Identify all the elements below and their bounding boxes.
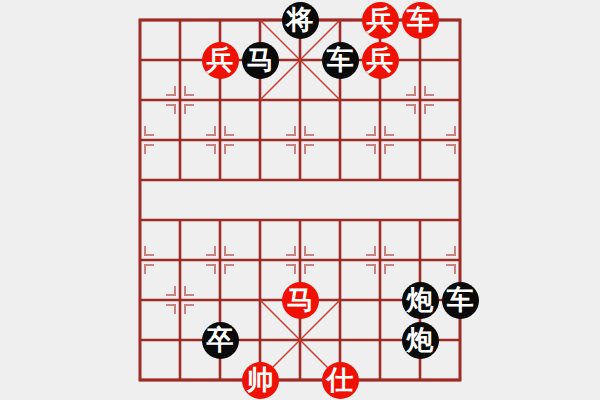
red-soldier[interactable]: 兵 bbox=[362, 2, 399, 39]
red-soldier[interactable]: 兵 bbox=[362, 42, 399, 79]
board-grid: 将兵车兵马车兵马炮车卒炮帅仕 bbox=[120, 0, 480, 400]
black-horse[interactable]: 马 bbox=[242, 42, 279, 79]
black-general[interactable]: 将 bbox=[282, 2, 319, 39]
xiangqi-board-diagram: 将兵车兵马车兵马炮车卒炮帅仕 bbox=[0, 0, 600, 400]
black-soldier[interactable]: 卒 bbox=[202, 322, 239, 359]
black-cannon[interactable]: 炮 bbox=[402, 322, 439, 359]
piece-glyph: 车 bbox=[327, 46, 354, 73]
piece-glyph: 马 bbox=[247, 46, 274, 73]
piece-glyph: 兵 bbox=[207, 46, 234, 73]
red-chariot[interactable]: 车 bbox=[402, 2, 439, 39]
red-general[interactable]: 帅 bbox=[242, 362, 279, 399]
piece-glyph: 车 bbox=[407, 6, 434, 33]
piece-glyph: 炮 bbox=[407, 286, 434, 313]
black-chariot[interactable]: 车 bbox=[322, 42, 359, 79]
piece-glyph: 仕 bbox=[327, 366, 354, 393]
red-horse[interactable]: 马 bbox=[282, 282, 319, 319]
red-soldier[interactable]: 兵 bbox=[202, 42, 239, 79]
black-cannon[interactable]: 炮 bbox=[402, 282, 439, 319]
piece-glyph: 兵 bbox=[367, 46, 394, 73]
piece-glyph: 车 bbox=[447, 286, 474, 313]
piece-glyph: 卒 bbox=[207, 326, 234, 353]
piece-glyph: 马 bbox=[287, 286, 314, 313]
black-chariot[interactable]: 车 bbox=[442, 282, 479, 319]
piece-glyph: 将 bbox=[287, 6, 314, 33]
piece-glyph: 兵 bbox=[367, 6, 394, 33]
red-advisor[interactable]: 仕 bbox=[322, 362, 359, 399]
piece-glyph: 炮 bbox=[407, 326, 434, 353]
piece-glyph: 帅 bbox=[247, 366, 274, 393]
